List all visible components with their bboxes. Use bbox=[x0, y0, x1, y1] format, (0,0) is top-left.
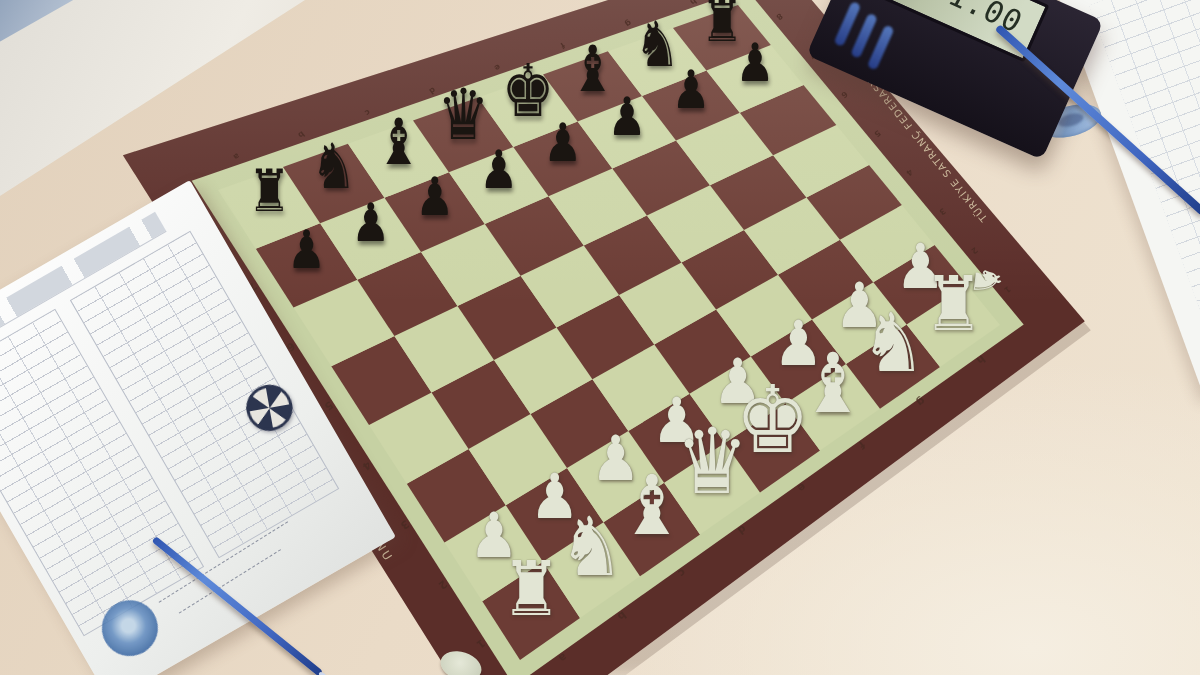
piece-black-pawn-c7: ♟ bbox=[415, 171, 454, 224]
piece-white-bishop-c1: ♝ bbox=[619, 464, 685, 547]
scoresheet-right-grid bbox=[1089, 0, 1200, 376]
piece-white-knight-b1: ♞ bbox=[559, 506, 624, 587]
tournament-table-scene: TÜRKİYE SATRANÇ FEDERASYONU TÜRKİYE SATR… bbox=[0, 0, 1200, 675]
piece-black-pawn-g7: ♟ bbox=[671, 64, 710, 117]
piece-black-bishop-c8: ♝ bbox=[375, 110, 422, 174]
piece-black-pawn-a7: ♟ bbox=[287, 224, 326, 277]
piece-black-pawn-h7: ♟ bbox=[736, 38, 775, 91]
clock-time-white: 1.00 bbox=[943, 0, 1029, 39]
piece-white-rook-h1: ♜ bbox=[923, 266, 983, 341]
piece-black-pawn-d7: ♟ bbox=[479, 144, 518, 197]
piece-white-rook-a1: ♜ bbox=[501, 551, 561, 626]
piece-black-pawn-e7: ♟ bbox=[543, 118, 582, 171]
piece-black-rook-a8: ♜ bbox=[248, 163, 291, 221]
piece-white-queen-d1: ♛ bbox=[676, 417, 749, 508]
piece-black-pawn-f7: ♟ bbox=[607, 91, 646, 144]
piece-black-pawn-b7: ♟ bbox=[351, 198, 390, 251]
photo-layer: TÜRKİYE SATRANÇ FEDERASYONU TÜRKİYE SATR… bbox=[0, 0, 1200, 675]
piece-black-knight-b8: ♞ bbox=[311, 135, 357, 198]
piece-white-knight-g1: ♞ bbox=[861, 302, 926, 383]
